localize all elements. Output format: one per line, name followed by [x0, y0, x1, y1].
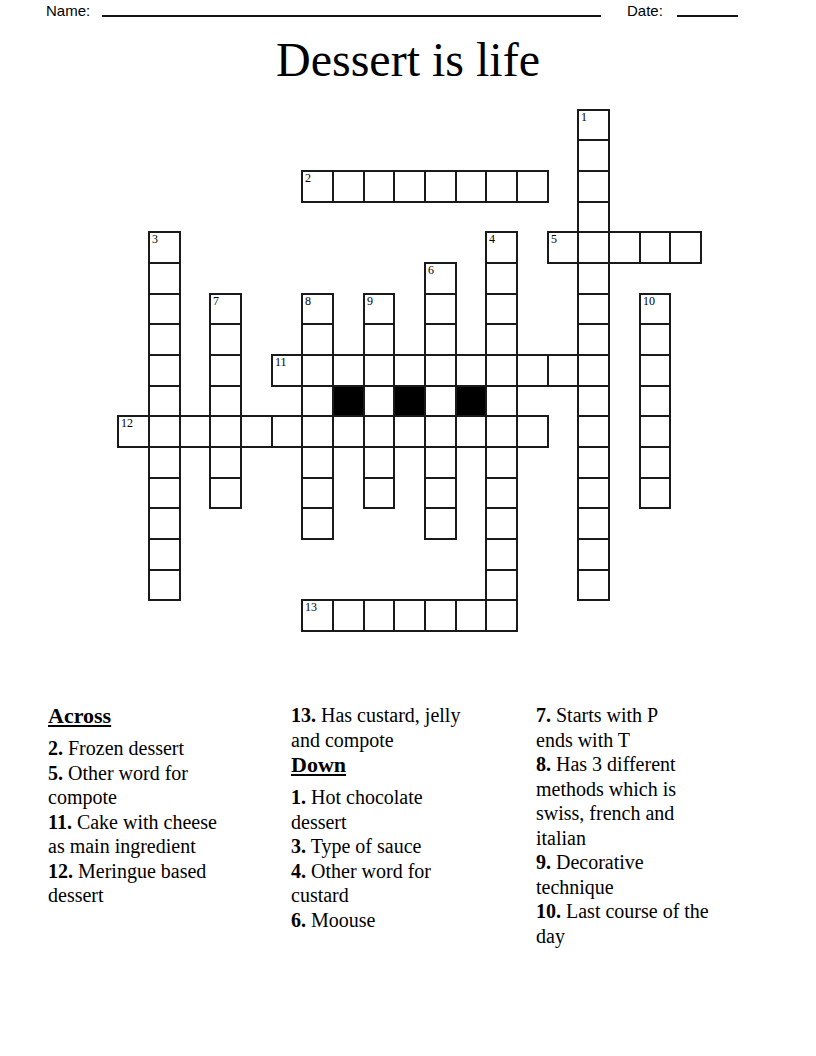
clue-10-line-1: 10. Last course of the: [536, 899, 776, 924]
answer-cell-r9c1[interactable]: [148, 385, 181, 417]
answer-cell-r6c1[interactable]: [148, 293, 181, 325]
answer-cell-r10c3[interactable]: [209, 415, 242, 448]
date-fill-line: [677, 15, 738, 17]
clue-5-number: 5.: [48, 762, 63, 784]
clue-6-number: 6.: [291, 909, 306, 931]
answer-cell-r2c9[interactable]: [393, 170, 426, 203]
answer-cell-r7c17[interactable]: [639, 323, 671, 356]
answer-cell-r10c13[interactable]: [516, 415, 549, 448]
blocked-cell-r9c7: [332, 385, 365, 417]
name-label: Name:: [46, 2, 90, 19]
answer-cell-r9c15[interactable]: [577, 385, 610, 417]
clue-4-line-1: 4. Other word for: [291, 859, 531, 884]
answer-cell-r13c1[interactable]: [148, 507, 181, 540]
answer-cell-r10c9[interactable]: [393, 415, 426, 448]
clue-7-number: 7.: [536, 704, 551, 726]
clue-8-line-4: italian: [536, 826, 776, 851]
answer-cell-r4c16[interactable]: [608, 231, 641, 264]
answer-cell-r11c8[interactable]: [363, 446, 395, 479]
answer-cell-r13c10[interactable]: [424, 507, 457, 540]
answer-cell-r15c1[interactable]: [148, 569, 181, 601]
clue-12-line-1: 12. Meringue based: [48, 859, 288, 884]
answer-cell-r4c18[interactable]: [669, 231, 702, 264]
answer-cell-r8c15[interactable]: [577, 354, 610, 387]
answer-cell-r7c3[interactable]: [209, 323, 242, 356]
clue-10-number: 10.: [536, 900, 561, 922]
clue-12: 12. Meringue baseddessert: [48, 859, 288, 908]
answer-cell-r6c15[interactable]: [577, 293, 610, 325]
answer-cell-r10c12[interactable]: [485, 415, 518, 448]
answer-cell-r16c6[interactable]: 13: [301, 599, 334, 632]
clue-3-number: 3.: [291, 835, 306, 857]
clue-9-line-2: technique: [536, 875, 776, 900]
answer-cell-r2c10[interactable]: [424, 170, 457, 203]
answer-cell-r10c4[interactable]: [240, 415, 273, 448]
answer-cell-r2c11[interactable]: [455, 170, 487, 203]
answer-cell-r2c13[interactable]: [516, 170, 549, 203]
clue-12-line-2: dessert: [48, 883, 288, 908]
clue-number-7: 7: [213, 295, 219, 308]
answer-cell-r10c11[interactable]: [455, 415, 487, 448]
clue-13-line-1: 13. Has custard, jelly: [291, 703, 531, 728]
answer-cell-r2c8[interactable]: [363, 170, 395, 203]
clue-1-number: 1.: [291, 786, 306, 808]
clue-11-line-1: 11. Cake with cheese: [48, 810, 288, 835]
clue-number-4: 4: [489, 233, 495, 246]
answer-cell-r16c8[interactable]: [363, 599, 395, 632]
answer-cell-r9c10[interactable]: [424, 385, 457, 417]
clue-7: 7. Starts with Pends with T: [536, 703, 776, 752]
answer-cell-r9c8[interactable]: [363, 385, 395, 417]
date-label: Date:: [627, 2, 663, 19]
answer-cell-r12c12[interactable]: [485, 477, 518, 509]
answer-cell-r10c7[interactable]: [332, 415, 365, 448]
answer-cell-r1c15[interactable]: [577, 139, 610, 172]
answer-cell-r8c12[interactable]: [485, 354, 518, 387]
answer-cell-r2c15[interactable]: [577, 170, 610, 203]
answer-cell-r6c12[interactable]: [485, 293, 518, 325]
clue-number-8: 8: [305, 295, 311, 308]
answer-cell-r11c17[interactable]: [639, 446, 671, 479]
clue-number-12: 12: [121, 417, 133, 430]
answer-cell-r11c1[interactable]: [148, 446, 181, 479]
answer-cell-r11c10[interactable]: [424, 446, 457, 479]
clue-9: 9. Decorativetechnique: [536, 850, 776, 899]
clue-10-line-2: day: [536, 924, 776, 949]
clue-1: 1. Hot chocolatedessert: [291, 785, 531, 834]
clue-11: 11. Cake with cheeseas main ingredient: [48, 810, 288, 859]
answer-cell-r4c14[interactable]: 5: [547, 231, 579, 264]
clue-7-line-2: ends with T: [536, 728, 776, 753]
clue-column-1: Across2. Frozen dessert5. Other word for…: [48, 703, 288, 908]
clue-3: 3. Type of sauce: [291, 834, 531, 859]
answer-cell-r8c13[interactable]: [516, 354, 549, 387]
answer-cell-r10c10[interactable]: [424, 415, 457, 448]
answer-cell-r4c15[interactable]: [577, 231, 610, 264]
answer-cell-r7c1[interactable]: [148, 323, 181, 356]
clue-8-number: 8.: [536, 753, 551, 775]
answer-cell-r8c11[interactable]: [455, 354, 487, 387]
answer-cell-r10c0[interactable]: 12: [117, 415, 150, 448]
answer-cell-r10c5[interactable]: [271, 415, 303, 448]
clue-3-line-1: 3. Type of sauce: [291, 834, 531, 859]
clue-4-line-2: custard: [291, 883, 531, 908]
clue-6-line-1: 6. Moouse: [291, 908, 531, 933]
answer-cell-r12c1[interactable]: [148, 477, 181, 509]
clue-number-3: 3: [152, 233, 158, 246]
clue-2-line-1: 2. Frozen dessert: [48, 736, 288, 761]
across-heading: Across: [48, 703, 288, 729]
answer-cell-r9c12[interactable]: [485, 385, 518, 417]
clue-8-line-2: methods which is: [536, 777, 776, 802]
clue-column-2: 13. Has custard, jellyand compoteDown1. …: [291, 703, 531, 932]
blocked-cell-r9c9: [393, 385, 426, 417]
down-heading: Down: [291, 752, 531, 778]
blocked-cell-r9c11: [455, 385, 487, 417]
answer-cell-r5c1[interactable]: [148, 262, 181, 295]
name-fill-line: [102, 15, 601, 17]
answer-cell-r11c6[interactable]: [301, 446, 334, 479]
answer-cell-r8c8[interactable]: [363, 354, 395, 387]
clue-5-line-1: 5. Other word for: [48, 761, 288, 786]
clue-1-line-2: dessert: [291, 810, 531, 835]
answer-cell-r8c10[interactable]: [424, 354, 457, 387]
clue-7-line-1: 7. Starts with P: [536, 703, 776, 728]
clue-4-number: 4.: [291, 860, 306, 882]
clue-number-9: 9: [367, 295, 373, 308]
clue-number-11: 11: [275, 356, 287, 369]
clue-10: 10. Last course of theday: [536, 899, 776, 948]
answer-cell-r7c12[interactable]: [485, 323, 518, 356]
answer-cell-r16c9[interactable]: [393, 599, 426, 632]
clue-9-line-1: 9. Decorative: [536, 850, 776, 875]
answer-cell-r7c15[interactable]: [577, 323, 610, 356]
answer-cell-r11c3[interactable]: [209, 446, 242, 479]
clue-2-number: 2.: [48, 737, 63, 759]
answer-cell-r10c2[interactable]: [179, 415, 211, 448]
clue-column-3: 7. Starts with Pends with T8. Has 3 diff…: [536, 703, 776, 948]
clue-5: 5. Other word forcompote: [48, 761, 288, 810]
answer-cell-r6c3[interactable]: 7: [209, 293, 242, 325]
answer-cell-r10c15[interactable]: [577, 415, 610, 448]
clue-13-line-2: and compote: [291, 728, 531, 753]
answer-cell-r13c6[interactable]: [301, 507, 334, 540]
clue-12-number: 12.: [48, 860, 73, 882]
answer-cell-r8c1[interactable]: [148, 354, 181, 387]
answer-cell-r13c12[interactable]: [485, 507, 518, 540]
clue-6: 6. Moouse: [291, 908, 531, 933]
answer-cell-r3c15[interactable]: [577, 201, 610, 233]
answer-cell-r8c14[interactable]: [547, 354, 579, 387]
answer-cell-r15c15[interactable]: [577, 569, 610, 601]
clue-2: 2. Frozen dessert: [48, 736, 288, 761]
answer-cell-r11c15[interactable]: [577, 446, 610, 479]
answer-cell-r5c15[interactable]: [577, 262, 610, 295]
answer-cell-r5c12[interactable]: [485, 262, 518, 295]
answer-cell-r12c10[interactable]: [424, 477, 457, 509]
answer-cell-r10c1[interactable]: [148, 415, 181, 448]
clue-number-2: 2: [305, 172, 311, 185]
answer-cell-r5c10[interactable]: 6: [424, 262, 457, 295]
answer-cell-r2c12[interactable]: [485, 170, 518, 203]
answer-cell-r6c17[interactable]: 10: [639, 293, 671, 325]
clue-1-line-1: 1. Hot chocolate: [291, 785, 531, 810]
answer-cell-r10c8[interactable]: [363, 415, 395, 448]
clue-13-number: 13.: [291, 704, 316, 726]
answer-cell-r4c17[interactable]: [639, 231, 671, 264]
clue-number-13: 13: [305, 601, 317, 614]
answer-cell-r8c9[interactable]: [393, 354, 426, 387]
page-title: Dessert is life: [0, 34, 816, 86]
answer-cell-r10c17[interactable]: [639, 415, 671, 448]
answer-cell-r8c17[interactable]: [639, 354, 671, 387]
answer-cell-r7c10[interactable]: [424, 323, 457, 356]
answer-cell-r11c12[interactable]: [485, 446, 518, 479]
clue-4: 4. Other word forcustard: [291, 859, 531, 908]
answer-cell-r6c10[interactable]: [424, 293, 457, 325]
clue-11-number: 11.: [48, 811, 72, 833]
answer-cell-r2c7[interactable]: [332, 170, 365, 203]
clue-13: 13. Has custard, jellyand compote: [291, 703, 531, 752]
answer-cell-r12c8[interactable]: [363, 477, 395, 509]
answer-cell-r9c3[interactable]: [209, 385, 242, 417]
answer-cell-r15c12[interactable]: [485, 569, 518, 601]
clue-8-line-3: swiss, french and: [536, 801, 776, 826]
answer-cell-r14c12[interactable]: [485, 538, 518, 571]
answer-cell-r8c7[interactable]: [332, 354, 365, 387]
clue-number-1: 1: [581, 111, 587, 124]
answer-cell-r12c17[interactable]: [639, 477, 671, 509]
answer-cell-r16c12[interactable]: [485, 599, 518, 632]
answer-cell-r13c15[interactable]: [577, 507, 610, 540]
worksheet-page: { "game": "crossword", "page": { "name_l…: [0, 0, 816, 1056]
clue-number-10: 10: [643, 295, 655, 308]
answer-cell-r0c15[interactable]: 1: [577, 109, 610, 141]
clue-8: 8. Has 3 differentmethods which isswiss,…: [536, 752, 776, 850]
clue-8-line-1: 8. Has 3 different: [536, 752, 776, 777]
answer-cell-r10c6[interactable]: [301, 415, 334, 448]
answer-cell-r16c11[interactable]: [455, 599, 487, 632]
clue-number-6: 6: [428, 264, 434, 277]
answer-cell-r16c7[interactable]: [332, 599, 365, 632]
answer-cell-r6c8[interactable]: 9: [363, 293, 395, 325]
answer-cell-r12c3[interactable]: [209, 477, 242, 509]
answer-cell-r2c6[interactable]: 2: [301, 170, 334, 203]
answer-cell-r12c6[interactable]: [301, 477, 334, 509]
answer-cell-r16c10[interactable]: [424, 599, 457, 632]
answer-cell-r9c6[interactable]: [301, 385, 334, 417]
answer-cell-r7c6[interactable]: [301, 323, 334, 356]
answer-cell-r9c17[interactable]: [639, 385, 671, 417]
clue-11-line-2: as main ingredient: [48, 834, 288, 859]
answer-cell-r8c3[interactable]: [209, 354, 242, 387]
answer-cell-r7c8[interactable]: [363, 323, 395, 356]
answer-cell-r6c6[interactable]: 8: [301, 293, 334, 325]
answer-cell-r4c12[interactable]: 4: [485, 231, 518, 264]
answer-cell-r4c1[interactable]: 3: [148, 231, 181, 264]
clue-9-number: 9.: [536, 851, 551, 873]
answer-cell-r8c6[interactable]: [301, 354, 334, 387]
answer-cell-r12c15[interactable]: [577, 477, 610, 509]
answer-cell-r14c15[interactable]: [577, 538, 610, 571]
clue-5-line-2: compote: [48, 785, 288, 810]
clue-number-5: 5: [551, 233, 557, 246]
answer-cell-r8c5[interactable]: 11: [271, 354, 303, 387]
answer-cell-r14c1[interactable]: [148, 538, 181, 571]
